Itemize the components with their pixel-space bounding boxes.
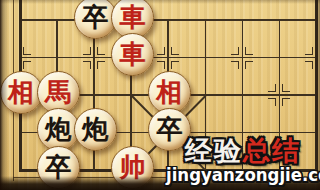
- piece-glyph: 帅: [112, 146, 153, 187]
- piece-glyph: 卒: [149, 109, 190, 150]
- piece-glyph: 炮: [75, 109, 116, 150]
- piece-black-soldier[interactable]: 卒: [148, 108, 191, 151]
- piece-glyph: 炮: [38, 109, 79, 150]
- piece-red-chariot[interactable]: 車: [111, 33, 154, 76]
- piece-black-cannon[interactable]: 炮: [74, 108, 117, 151]
- piece-glyph: 卒: [75, 0, 116, 37]
- piece-glyph: 相: [149, 71, 190, 112]
- piece-glyph: 車: [112, 0, 153, 37]
- piece-red-general[interactable]: 帅: [111, 146, 154, 189]
- piece-glyph: 卒: [38, 146, 79, 187]
- piece-glyph: 車: [112, 34, 153, 75]
- piece-black-soldier[interactable]: 卒: [37, 146, 80, 189]
- piece-glyph: 馬: [38, 71, 79, 112]
- piece-layer: 卒車車相馬相炮炮卒卒帅: [0, 0, 320, 190]
- xiangqi-board: 卒車車相馬相炮炮卒卒帅 经验总结 jingyanzongjie.com: [0, 0, 320, 190]
- piece-glyph: 相: [1, 71, 42, 112]
